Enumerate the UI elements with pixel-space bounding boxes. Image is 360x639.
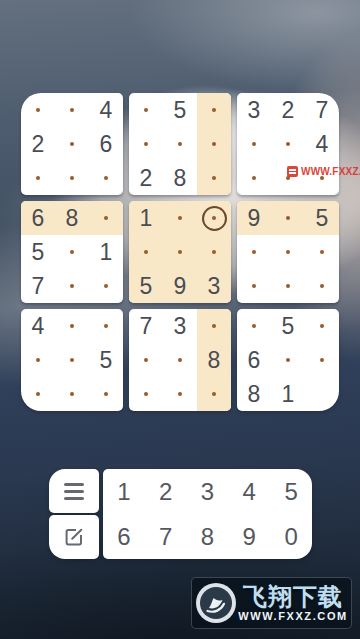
cell-r7c3[interactable] [89, 309, 123, 343]
numpad-key-7[interactable]: 7 [145, 514, 187, 559]
empty-cell-dot [252, 284, 256, 288]
cell-r7c8[interactable]: 5 [271, 309, 305, 343]
fxxz-logo-icon [195, 582, 237, 624]
cell-r7c7[interactable] [237, 309, 271, 343]
empty-cell-dot [104, 324, 108, 328]
empty-cell-dot [70, 324, 74, 328]
cell-r3c7[interactable] [237, 161, 271, 195]
block-r3c3: 5681 [237, 309, 339, 411]
empty-cell-dot [212, 324, 216, 328]
cell-r4c2[interactable]: 8 [55, 201, 89, 235]
cell-r2c1[interactable]: 2 [21, 127, 55, 161]
empty-cell-dot [178, 392, 182, 396]
cell-r8c8[interactable] [271, 343, 305, 377]
cell-r2c3[interactable]: 6 [89, 127, 123, 161]
watermark-top-right: WWW.FXXZ.COM [287, 166, 360, 177]
empty-cell-dot [70, 392, 74, 396]
block-r3c2: 738 [129, 309, 231, 411]
cell-r6c6[interactable]: 3 [197, 269, 231, 303]
cell-r7c6[interactable] [197, 309, 231, 343]
cell-r1c7[interactable]: 3 [237, 93, 271, 127]
empty-cell-dot [178, 358, 182, 362]
cell-r9c7[interactable]: 8 [237, 377, 271, 411]
cell-r5c5[interactable] [163, 235, 197, 269]
empty-cell-dot [320, 284, 324, 288]
block-r1c3: 3274 [237, 93, 339, 195]
block-r3c1: 45 [21, 309, 123, 411]
cell-r4c7[interactable]: 9 [237, 201, 271, 235]
cell-r9c4[interactable] [129, 377, 163, 411]
empty-cell-dot [70, 108, 74, 112]
numpad-key-9[interactable]: 9 [228, 514, 270, 559]
block-r1c2: 528 [129, 93, 231, 195]
cell-r8c5[interactable] [163, 343, 197, 377]
cell-r4c1[interactable]: 6 [21, 201, 55, 235]
cell-r1c4[interactable] [129, 93, 163, 127]
cell-r2c2[interactable] [55, 127, 89, 161]
empty-cell-dot [104, 392, 108, 396]
empty-cell-dot [144, 358, 148, 362]
cell-r7c4[interactable]: 7 [129, 309, 163, 343]
empty-cell-dot [252, 250, 256, 254]
empty-cell-dot [104, 216, 108, 220]
cell-r4c6[interactable] [197, 201, 231, 235]
cell-r6c4[interactable]: 5 [129, 269, 163, 303]
cell-r6c2[interactable] [55, 269, 89, 303]
empty-cell-dot [286, 142, 290, 146]
cell-r2c4[interactable] [129, 127, 163, 161]
empty-cell-dot [178, 142, 182, 146]
numpad-key-3[interactable]: 3 [187, 469, 229, 514]
empty-cell-dot [70, 176, 74, 180]
empty-cell-dot [252, 324, 256, 328]
cell-r7c5[interactable]: 3 [163, 309, 197, 343]
empty-cell-dot [144, 108, 148, 112]
watermark-url-text: WWW.FXXZ.COM [301, 166, 360, 177]
cell-r9c8[interactable]: 1 [271, 377, 305, 411]
cell-r7c2[interactable] [55, 309, 89, 343]
cell-r5c3[interactable]: 1 [89, 235, 123, 269]
cell-r7c9[interactable] [305, 309, 339, 343]
empty-cell-dot [178, 250, 182, 254]
watermark-site-name: 飞翔下载 [243, 584, 343, 610]
empty-cell-dot [252, 176, 256, 180]
cell-r1c2[interactable] [55, 93, 89, 127]
cell-r4c9[interactable]: 5 [305, 201, 339, 235]
cell-r1c1[interactable] [21, 93, 55, 127]
cell-r4c3[interactable] [89, 201, 123, 235]
cell-r3c2[interactable] [55, 161, 89, 195]
cell-r5c6[interactable] [197, 235, 231, 269]
cell-r2c9[interactable]: 4 [305, 127, 339, 161]
cell-r1c3[interactable]: 4 [89, 93, 123, 127]
cell-r3c1[interactable] [21, 161, 55, 195]
cell-r8c3[interactable]: 5 [89, 343, 123, 377]
block-r1c1: 426 [21, 93, 123, 195]
cell-r3c3[interactable] [89, 161, 123, 195]
numpad-key-5[interactable]: 5 [270, 469, 312, 514]
numpad-key-0[interactable]: 0 [270, 514, 312, 559]
empty-cell-dot [286, 284, 290, 288]
empty-cell-dot [212, 392, 216, 396]
numpad-key-2[interactable]: 2 [145, 469, 187, 514]
hamburger-menu-icon [64, 483, 84, 500]
cell-r6c3[interactable] [89, 269, 123, 303]
sudoku-board: 426528327468517159395457385681 [21, 93, 339, 411]
cell-r1c9[interactable]: 7 [305, 93, 339, 127]
watermark-red-icon [287, 166, 298, 177]
cell-r5c7[interactable] [237, 235, 271, 269]
cell-r1c6[interactable] [197, 93, 231, 127]
cell-r3c4[interactable]: 2 [129, 161, 163, 195]
empty-cell-dot [320, 250, 324, 254]
numpad-key-4[interactable]: 4 [228, 469, 270, 514]
empty-cell-dot [320, 324, 324, 328]
cell-r9c2[interactable] [55, 377, 89, 411]
empty-cell-dot [36, 392, 40, 396]
cell-r9c1[interactable] [21, 377, 55, 411]
cell-r6c7[interactable] [237, 269, 271, 303]
block-r2c1: 68517 [21, 201, 123, 303]
cell-r4c5[interactable] [163, 201, 197, 235]
number-pad: 1234567890 [103, 469, 312, 559]
cell-r2c6[interactable] [197, 127, 231, 161]
empty-cell-dot [286, 358, 290, 362]
selection-ring [202, 206, 227, 231]
cell-r6c8[interactable] [271, 269, 305, 303]
pencil-edit-icon [62, 525, 86, 549]
cell-r2c5[interactable] [163, 127, 197, 161]
empty-cell-dot [212, 142, 216, 146]
cell-r9c6[interactable] [197, 377, 231, 411]
cell-r8c9[interactable] [305, 343, 339, 377]
cell-r9c9[interactable] [305, 377, 339, 411]
empty-cell-dot [252, 142, 256, 146]
notes-edit-button[interactable] [49, 515, 99, 559]
cell-r6c1[interactable]: 7 [21, 269, 55, 303]
empty-cell-dot [320, 358, 324, 362]
empty-cell-dot [178, 216, 182, 220]
empty-cell-dot [36, 358, 40, 362]
cell-r8c4[interactable] [129, 343, 163, 377]
cell-r5c9[interactable] [305, 235, 339, 269]
cell-r8c6[interactable]: 8 [197, 343, 231, 377]
cell-r1c5[interactable]: 5 [163, 93, 197, 127]
cell-r2c8[interactable] [271, 127, 305, 161]
cell-r6c5[interactable]: 9 [163, 269, 197, 303]
empty-cell-dot [212, 108, 216, 112]
cell-r3c6[interactable] [197, 161, 231, 195]
empty-cell-dot [104, 284, 108, 288]
cell-r8c1[interactable] [21, 343, 55, 377]
cell-r5c4[interactable] [129, 235, 163, 269]
empty-cell-dot [212, 176, 216, 180]
empty-cell-dot [70, 142, 74, 146]
empty-cell-dot [104, 176, 108, 180]
empty-cell-dot [286, 250, 290, 254]
cell-r2c7[interactable] [237, 127, 271, 161]
empty-cell-dot [36, 108, 40, 112]
block-r2c2: 1593 [129, 201, 231, 303]
cell-r6c9[interactable] [305, 269, 339, 303]
empty-cell-dot [70, 358, 74, 362]
cell-r8c7[interactable]: 6 [237, 343, 271, 377]
empty-cell-dot [144, 392, 148, 396]
empty-cell-dot [70, 250, 74, 254]
empty-cell-dot [36, 176, 40, 180]
cell-r1c8[interactable]: 2 [271, 93, 305, 127]
cell-r5c8[interactable] [271, 235, 305, 269]
empty-cell-dot [70, 284, 74, 288]
cell-r3c5[interactable]: 8 [163, 161, 197, 195]
cell-r4c4[interactable]: 1 [129, 201, 163, 235]
empty-cell-dot [144, 250, 148, 254]
watermark-badge: 飞翔下载 WWW.FXXZ.COM [191, 577, 352, 629]
numpad-key-1[interactable]: 1 [103, 469, 145, 514]
empty-cell-dot [286, 216, 290, 220]
cell-r8c2[interactable] [55, 343, 89, 377]
watermark-site-url: WWW.FXXZ.COM [238, 610, 348, 622]
cell-r4c8[interactable] [271, 201, 305, 235]
empty-cell-dot [212, 250, 216, 254]
numpad-key-8[interactable]: 8 [187, 514, 229, 559]
cell-r7c1[interactable]: 4 [21, 309, 55, 343]
empty-cell-dot [144, 142, 148, 146]
cell-r5c1[interactable]: 5 [21, 235, 55, 269]
cell-r9c3[interactable] [89, 377, 123, 411]
cell-r9c5[interactable] [163, 377, 197, 411]
block-r2c3: 95 [237, 201, 339, 303]
numpad-key-6[interactable]: 6 [103, 514, 145, 559]
menu-button[interactable] [49, 469, 99, 513]
cell-r5c2[interactable] [55, 235, 89, 269]
